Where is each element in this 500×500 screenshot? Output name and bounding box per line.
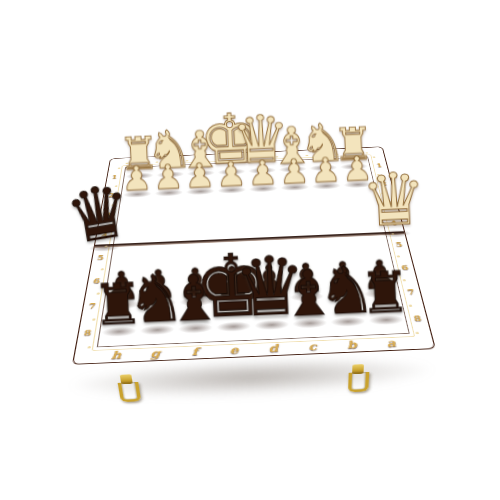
piece-black-rook-h8[interactable]: ♜ xyxy=(98,317,140,346)
board-tilt-wrapper: h g f e d c b a 1 2 3 4 5 6 7 8 1 2 xyxy=(0,0,500,500)
square-b4[interactable] xyxy=(315,215,352,237)
clasp-hook xyxy=(118,382,142,402)
square-b2[interactable] xyxy=(309,176,343,196)
black-rook-glyph: ♜ xyxy=(66,276,169,334)
clasp-right xyxy=(347,364,369,396)
square-g1[interactable] xyxy=(154,165,186,184)
chessboard: h g f e d c b a 1 2 3 4 5 6 7 8 1 2 xyxy=(73,147,434,364)
square-b1[interactable] xyxy=(307,159,340,178)
square-b3[interactable] xyxy=(312,195,348,216)
clasp-left xyxy=(115,374,141,406)
square-f3[interactable] xyxy=(183,200,216,221)
black-queen-glyph: ♛ xyxy=(218,246,322,327)
square-d3[interactable] xyxy=(248,198,282,219)
inlay-dots-far xyxy=(126,163,129,165)
product-photo: h g f e d c b a 1 2 3 4 5 6 7 8 1 2 xyxy=(0,0,500,500)
square-c2[interactable] xyxy=(278,177,312,197)
square-e3[interactable] xyxy=(216,199,249,220)
piece-black-queen-d8[interactable]: ♛ xyxy=(252,311,292,340)
clasp-hook xyxy=(348,372,369,392)
square-d1[interactable] xyxy=(247,161,279,180)
square-c3[interactable] xyxy=(280,196,315,217)
square-c1[interactable] xyxy=(277,160,310,179)
square-e2[interactable] xyxy=(216,180,248,200)
square-c4[interactable] xyxy=(282,216,318,239)
square-d2[interactable] xyxy=(247,179,280,199)
square-f2[interactable] xyxy=(184,182,216,202)
square-f1[interactable] xyxy=(185,164,216,183)
square-g4[interactable] xyxy=(148,222,183,245)
square-g2[interactable] xyxy=(152,183,185,203)
black-rook-glyph: ♜ xyxy=(333,264,436,322)
square-e1[interactable] xyxy=(216,162,247,181)
piece-black-queen-spare[interactable]: ♛ xyxy=(85,236,123,260)
white-queen-glyph: ♛ xyxy=(347,163,440,235)
piece-black-bishop-f8[interactable]: ♝ xyxy=(176,314,215,343)
piece-black-rook-a8[interactable]: ♜ xyxy=(365,306,409,335)
square-g3[interactable] xyxy=(150,202,184,223)
piece-white-queen-spare[interactable]: ♛ xyxy=(376,222,415,245)
black-queen-glyph: ♛ xyxy=(48,173,148,255)
